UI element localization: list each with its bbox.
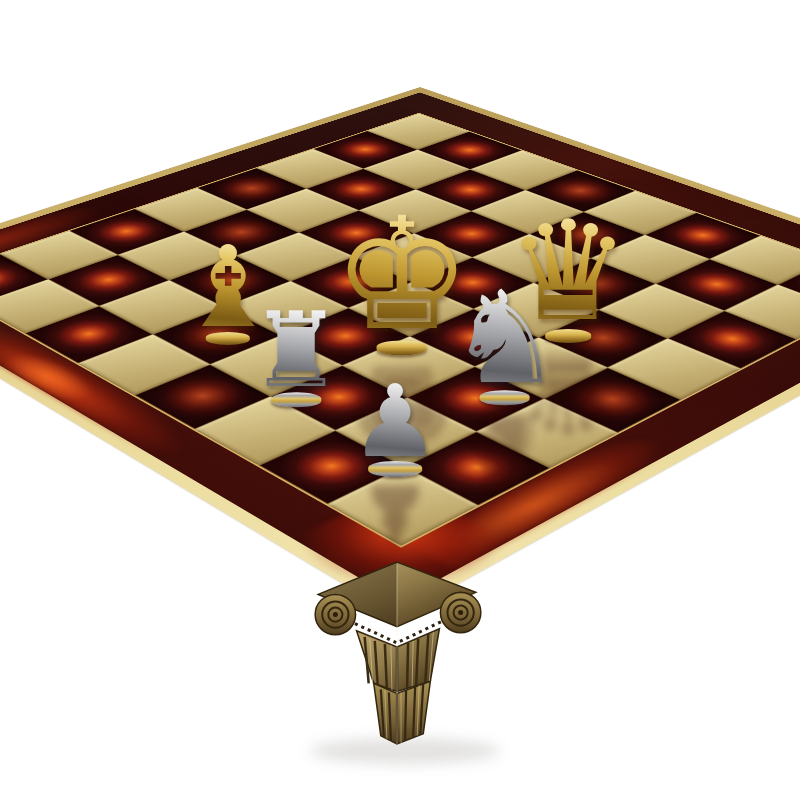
ionic-column-leg [312,556,484,752]
board-red-enamel-frame [0,92,800,601]
board-grid [0,114,800,546]
board-gold-pinstripe [0,113,800,548]
volute-spiral-left [315,594,355,634]
product-photo-scene: ♚♚♛♛♝♜♞♞♟♟ [0,0,800,800]
board-brass-bevel [0,87,800,616]
volute-spiral-right [440,592,480,632]
capital-fluting-lower [374,681,431,744]
